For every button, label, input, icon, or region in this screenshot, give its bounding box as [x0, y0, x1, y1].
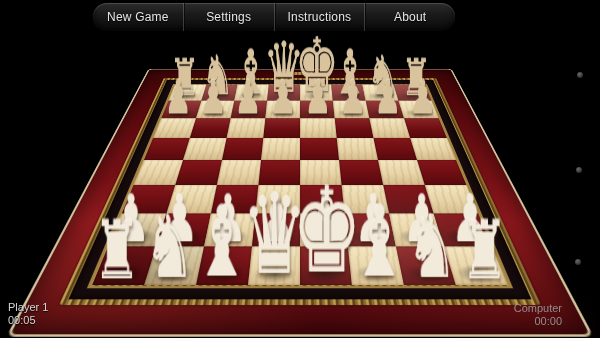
- player1-name: Player 1: [8, 301, 48, 314]
- piece-black-pawn[interactable]: ♟: [269, 74, 297, 121]
- square-d7[interactable]: ♟: [265, 101, 300, 119]
- square-b5[interactable]: [183, 138, 227, 160]
- piece-white-rook[interactable]: ♜: [92, 210, 140, 291]
- menu-item-new-game[interactable]: New Game: [93, 3, 183, 31]
- square-d6[interactable]: [263, 118, 300, 138]
- piece-white-knight[interactable]: ♞: [143, 204, 194, 290]
- square-b7[interactable]: ♟: [196, 101, 234, 119]
- player1-clock-panel: Player 1 00:05: [8, 301, 48, 327]
- player1-time: 00:05: [8, 314, 48, 327]
- chessboard[interactable]: ♜♞♝♛♚♝♞♜♟♟♟♟♟♟♟♟♟♟♟♟♟♟♟♟♜♞♝♛♚♝♞♜: [6, 69, 594, 337]
- indicator-dot-icon: [575, 259, 581, 265]
- indicator-dot-icon: [577, 72, 583, 78]
- piece-white-rook[interactable]: ♜: [460, 210, 508, 291]
- square-f1[interactable]: ♝: [348, 247, 404, 285]
- menu-bar: New Game Settings Instructions About: [93, 3, 455, 31]
- square-e7[interactable]: ♟: [300, 101, 335, 119]
- square-f7[interactable]: ♟: [333, 101, 369, 119]
- chessboard-scene: ♜♞♝♛♚♝♞♜♟♟♟♟♟♟♟♟♟♟♟♟♟♟♟♟♜♞♝♛♚♝♞♜: [0, 0, 600, 338]
- square-d5[interactable]: [261, 138, 300, 160]
- square-c5[interactable]: [222, 138, 263, 160]
- square-f6[interactable]: [335, 118, 374, 138]
- piece-black-pawn[interactable]: ♟: [199, 74, 227, 121]
- menu-item-settings[interactable]: Settings: [183, 3, 274, 31]
- square-c6[interactable]: [227, 118, 266, 138]
- square-f5[interactable]: [337, 138, 378, 160]
- square-h7[interactable]: ♟: [399, 101, 439, 119]
- computer-name: Computer: [514, 302, 562, 315]
- piece-black-pawn[interactable]: ♟: [304, 74, 332, 121]
- app-window: New Game Settings Instructions About ♜♞♝…: [0, 0, 600, 338]
- piece-white-bishop[interactable]: ♝: [350, 194, 407, 291]
- computer-time: 00:00: [514, 315, 562, 328]
- piece-white-knight[interactable]: ♞: [406, 204, 457, 290]
- piece-black-pawn[interactable]: ♟: [339, 74, 367, 121]
- square-g6[interactable]: [369, 118, 410, 138]
- square-e5[interactable]: [300, 138, 339, 160]
- square-e6[interactable]: [300, 118, 337, 138]
- square-e1[interactable]: ♚: [300, 247, 352, 285]
- square-a7[interactable]: ♟: [161, 101, 201, 119]
- computer-clock-panel: Computer 00:00: [514, 302, 562, 328]
- piece-black-pawn[interactable]: ♟: [374, 74, 402, 121]
- piece-black-pawn[interactable]: ♟: [408, 74, 436, 121]
- piece-black-pawn[interactable]: ♟: [234, 74, 262, 121]
- square-c7[interactable]: ♟: [231, 101, 267, 119]
- indicator-dot-icon: [576, 167, 582, 173]
- menu-item-instructions[interactable]: Instructions: [274, 3, 365, 31]
- side-indicator-dots: [570, 0, 600, 338]
- square-b6[interactable]: [190, 118, 231, 138]
- square-g7[interactable]: ♟: [366, 101, 404, 119]
- menu-item-about[interactable]: About: [364, 3, 455, 31]
- piece-black-pawn[interactable]: ♟: [164, 74, 192, 121]
